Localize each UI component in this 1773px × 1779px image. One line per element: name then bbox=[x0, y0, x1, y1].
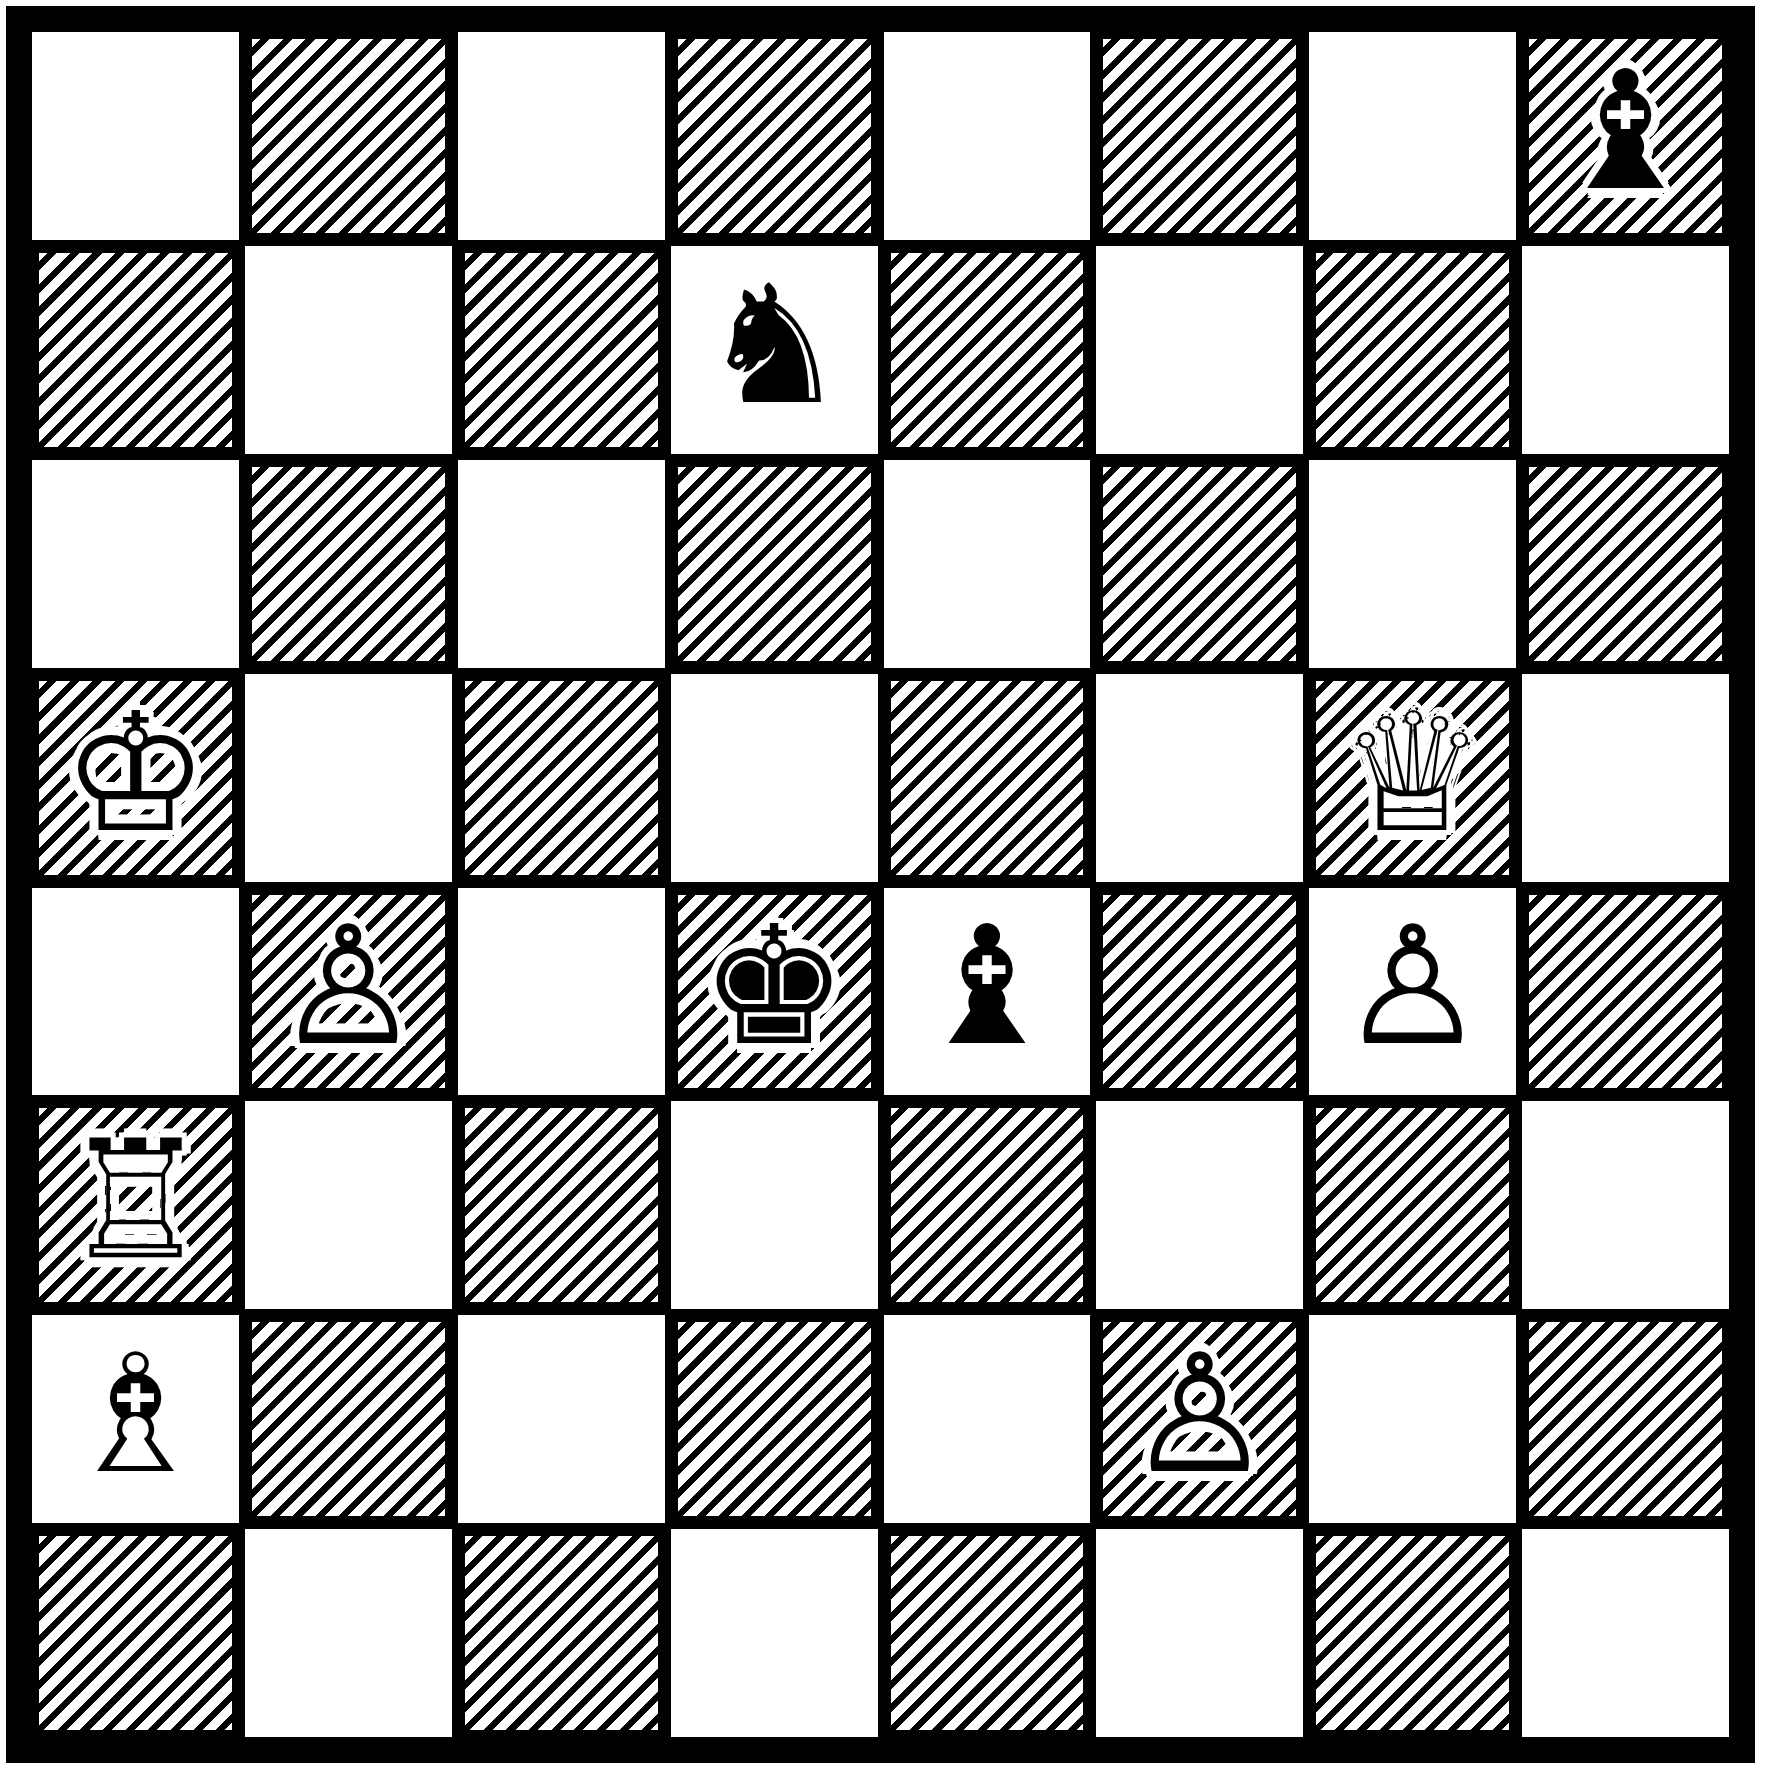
square-h1 bbox=[1522, 1529, 1729, 1737]
square-c1 bbox=[458, 1529, 665, 1737]
square-a2: ♗ bbox=[32, 1315, 239, 1523]
square-f3 bbox=[1096, 1101, 1303, 1309]
square-g3 bbox=[1309, 1101, 1516, 1309]
square-d4: ♚ bbox=[671, 888, 878, 1096]
square-c3 bbox=[458, 1101, 665, 1309]
square-d7: ♞ bbox=[671, 246, 878, 454]
square-b2 bbox=[245, 1315, 452, 1523]
square-e3 bbox=[884, 1101, 1091, 1309]
square-b3 bbox=[245, 1101, 452, 1309]
square-c2 bbox=[458, 1315, 665, 1523]
square-h8: ♝ bbox=[1522, 32, 1729, 240]
square-f6 bbox=[1096, 460, 1303, 668]
square-d5 bbox=[671, 674, 878, 882]
square-c6 bbox=[458, 460, 665, 668]
square-d6 bbox=[671, 460, 878, 668]
square-g2 bbox=[1309, 1315, 1516, 1523]
square-h2 bbox=[1522, 1315, 1729, 1523]
square-f5 bbox=[1096, 674, 1303, 882]
square-d2 bbox=[671, 1315, 878, 1523]
square-g6 bbox=[1309, 460, 1516, 668]
square-a1 bbox=[32, 1529, 239, 1737]
square-e8 bbox=[884, 32, 1091, 240]
square-b7 bbox=[245, 246, 452, 454]
white-bishop: ♗ bbox=[62, 1333, 209, 1497]
square-a5: ♔ bbox=[32, 674, 239, 882]
square-b6 bbox=[245, 460, 452, 668]
white-pawn: ♙ bbox=[1126, 1333, 1273, 1497]
square-f8 bbox=[1096, 32, 1303, 240]
square-f2: ♙ bbox=[1096, 1315, 1303, 1523]
square-h6 bbox=[1522, 460, 1729, 668]
square-d8 bbox=[671, 32, 878, 240]
square-b8 bbox=[245, 32, 452, 240]
square-a8 bbox=[32, 32, 239, 240]
square-c8 bbox=[458, 32, 665, 240]
white-queen: ♕ bbox=[1339, 692, 1486, 856]
square-f7 bbox=[1096, 246, 1303, 454]
square-c4 bbox=[458, 888, 665, 1096]
square-f4 bbox=[1096, 888, 1303, 1096]
square-e7 bbox=[884, 246, 1091, 454]
chess-diagram: ♝♞♔♕♙♚♝♙♖♗♙ bbox=[0, 0, 1773, 1779]
white-pawn: ♙ bbox=[275, 905, 422, 1069]
square-d1 bbox=[671, 1529, 878, 1737]
black-king: ♚ bbox=[701, 905, 848, 1069]
square-b1 bbox=[245, 1529, 452, 1737]
square-d3 bbox=[671, 1101, 878, 1309]
square-b4: ♙ bbox=[245, 888, 452, 1096]
square-a3: ♖ bbox=[32, 1101, 239, 1309]
square-a4 bbox=[32, 888, 239, 1096]
board-frame: ♝♞♔♕♙♚♝♙♖♗♙ bbox=[6, 6, 1755, 1763]
black-knight: ♞ bbox=[701, 264, 848, 428]
square-g4: ♙ bbox=[1309, 888, 1516, 1096]
square-g8 bbox=[1309, 32, 1516, 240]
square-e1 bbox=[884, 1529, 1091, 1737]
square-g5: ♕ bbox=[1309, 674, 1516, 882]
square-a6 bbox=[32, 460, 239, 668]
square-e5 bbox=[884, 674, 1091, 882]
square-f1 bbox=[1096, 1529, 1303, 1737]
square-g7 bbox=[1309, 246, 1516, 454]
square-e4: ♝ bbox=[884, 888, 1091, 1096]
square-h4 bbox=[1522, 888, 1729, 1096]
square-h5 bbox=[1522, 674, 1729, 882]
white-king: ♔ bbox=[62, 692, 209, 856]
square-g1 bbox=[1309, 1529, 1516, 1737]
white-pawn: ♙ bbox=[1339, 905, 1486, 1069]
square-e2 bbox=[884, 1315, 1091, 1523]
square-h7 bbox=[1522, 246, 1729, 454]
chess-board: ♝♞♔♕♙♚♝♙♖♗♙ bbox=[32, 32, 1729, 1737]
white-rook: ♖ bbox=[62, 1119, 209, 1283]
square-c7 bbox=[458, 246, 665, 454]
square-a7 bbox=[32, 246, 239, 454]
square-h3 bbox=[1522, 1101, 1729, 1309]
square-b5 bbox=[245, 674, 452, 882]
black-bishop: ♝ bbox=[913, 905, 1060, 1069]
square-c5 bbox=[458, 674, 665, 882]
square-e6 bbox=[884, 460, 1091, 668]
black-bishop: ♝ bbox=[1552, 50, 1699, 214]
